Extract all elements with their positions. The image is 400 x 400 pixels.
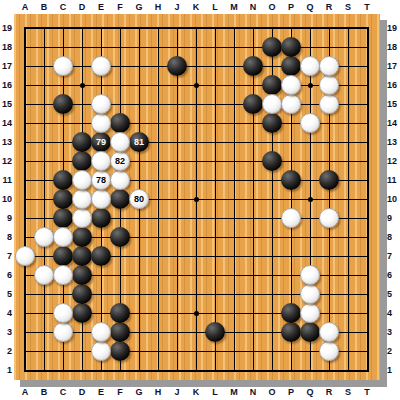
col-label-top-R: R bbox=[319, 1, 339, 13]
row-label-left-10: 10 bbox=[0, 193, 12, 205]
white-stone-E2[interactable] bbox=[91, 341, 111, 361]
col-label-bottom-A: A bbox=[15, 386, 35, 398]
black-stone-D7[interactable] bbox=[72, 246, 92, 266]
col-label-bottom-C: C bbox=[53, 386, 73, 398]
white-stone-C17[interactable] bbox=[53, 56, 73, 76]
white-stone-R9[interactable] bbox=[319, 208, 339, 228]
col-label-top-E: E bbox=[91, 1, 111, 13]
white-stone-P16[interactable] bbox=[281, 75, 301, 95]
col-label-bottom-S: S bbox=[338, 386, 358, 398]
black-stone-P4[interactable] bbox=[281, 303, 301, 323]
move-number-80: 80 bbox=[130, 190, 148, 208]
row-label-right-12: 12 bbox=[387, 155, 400, 167]
black-stone-C7[interactable] bbox=[53, 246, 73, 266]
white-stone-R3[interactable] bbox=[319, 322, 339, 342]
black-stone-N15[interactable] bbox=[243, 94, 263, 114]
black-stone-C9[interactable] bbox=[53, 208, 73, 228]
black-stone-O12[interactable] bbox=[262, 151, 282, 171]
row-label-left-5: 5 bbox=[0, 288, 12, 300]
black-stone-D5[interactable] bbox=[72, 284, 92, 304]
col-label-top-L: L bbox=[205, 1, 225, 13]
row-label-left-17: 17 bbox=[0, 60, 12, 72]
black-stone-R11[interactable] bbox=[319, 170, 339, 190]
black-stone-P11[interactable] bbox=[281, 170, 301, 190]
row-label-left-18: 18 bbox=[0, 41, 12, 53]
black-stone-O18[interactable] bbox=[262, 37, 282, 57]
white-stone-C4[interactable] bbox=[53, 303, 73, 323]
row-label-right-3: 3 bbox=[387, 326, 400, 338]
row-label-left-3: 3 bbox=[0, 326, 12, 338]
col-label-bottom-P: P bbox=[281, 386, 301, 398]
white-stone-D9[interactable] bbox=[72, 208, 92, 228]
black-stone-N17[interactable] bbox=[243, 56, 263, 76]
row-label-left-8: 8 bbox=[0, 231, 12, 243]
black-stone-C11[interactable] bbox=[53, 170, 73, 190]
row-label-right-4: 4 bbox=[387, 307, 400, 319]
move-number-81: 81 bbox=[129, 132, 149, 152]
white-stone-C8[interactable] bbox=[53, 227, 73, 247]
white-stone-E11[interactable]: 78 bbox=[91, 170, 111, 190]
black-stone-E7[interactable] bbox=[91, 246, 111, 266]
black-stone-P18[interactable] bbox=[281, 37, 301, 57]
black-stone-F3[interactable] bbox=[110, 322, 130, 342]
col-label-bottom-J: J bbox=[167, 386, 187, 398]
row-label-right-6: 6 bbox=[387, 269, 400, 281]
row-label-left-13: 13 bbox=[0, 136, 12, 148]
black-stone-C10[interactable] bbox=[53, 189, 73, 209]
hoshi-D16 bbox=[80, 83, 85, 88]
white-stone-Q5[interactable] bbox=[300, 284, 320, 304]
row-label-left-12: 12 bbox=[0, 155, 12, 167]
row-label-left-6: 6 bbox=[0, 269, 12, 281]
row-label-right-2: 2 bbox=[387, 345, 400, 357]
move-number-82: 82 bbox=[111, 152, 129, 170]
white-stone-E17[interactable] bbox=[91, 56, 111, 76]
black-stone-D12[interactable] bbox=[72, 151, 92, 171]
col-label-top-Q: Q bbox=[300, 1, 320, 13]
black-stone-L3[interactable] bbox=[205, 322, 225, 342]
white-stone-R15[interactable] bbox=[319, 94, 339, 114]
white-stone-O15[interactable] bbox=[262, 94, 282, 114]
black-stone-F4[interactable] bbox=[110, 303, 130, 323]
white-stone-B8[interactable] bbox=[34, 227, 54, 247]
white-stone-R2[interactable] bbox=[319, 341, 339, 361]
col-label-top-T: T bbox=[357, 1, 377, 13]
col-label-top-H: H bbox=[148, 1, 168, 13]
col-label-top-A: A bbox=[15, 1, 35, 13]
black-stone-F8[interactable] bbox=[110, 227, 130, 247]
go-board-page: AABBCCDDEEFFGGHHJJKKLLMMNNOOPPQQRRSSTT19… bbox=[0, 0, 400, 400]
row-label-right-17: 17 bbox=[387, 60, 400, 72]
row-label-right-15: 15 bbox=[387, 98, 400, 110]
white-stone-E14[interactable] bbox=[91, 113, 111, 133]
black-stone-G13[interactable]: 81 bbox=[129, 132, 149, 152]
col-label-bottom-G: G bbox=[129, 386, 149, 398]
black-stone-C15[interactable] bbox=[53, 94, 73, 114]
row-label-right-8: 8 bbox=[387, 231, 400, 243]
board-drop-shadow-right bbox=[380, 20, 387, 387]
col-label-top-J: J bbox=[167, 1, 187, 13]
col-label-top-D: D bbox=[72, 1, 92, 13]
hoshi-K16 bbox=[194, 83, 199, 88]
row-label-right-18: 18 bbox=[387, 41, 400, 53]
col-label-bottom-K: K bbox=[186, 386, 206, 398]
col-label-top-K: K bbox=[186, 1, 206, 13]
col-label-bottom-B: B bbox=[34, 386, 54, 398]
col-label-top-N: N bbox=[243, 1, 263, 13]
col-label-bottom-T: T bbox=[357, 386, 377, 398]
black-stone-D4[interactable] bbox=[72, 303, 92, 323]
white-stone-P15[interactable] bbox=[281, 94, 301, 114]
col-label-bottom-L: L bbox=[205, 386, 225, 398]
row-label-left-14: 14 bbox=[0, 117, 12, 129]
row-label-left-11: 11 bbox=[0, 174, 12, 186]
row-label-left-15: 15 bbox=[0, 98, 12, 110]
black-stone-D6[interactable] bbox=[72, 265, 92, 285]
black-stone-E13[interactable]: 79 bbox=[91, 132, 111, 152]
move-number-79: 79 bbox=[91, 132, 111, 152]
row-label-right-11: 11 bbox=[387, 174, 400, 186]
row-label-left-9: 9 bbox=[0, 212, 12, 224]
row-label-right-13: 13 bbox=[387, 136, 400, 148]
hoshi-K4 bbox=[194, 311, 199, 316]
white-stone-A7[interactable] bbox=[15, 246, 35, 266]
col-label-top-O: O bbox=[262, 1, 282, 13]
col-label-bottom-H: H bbox=[148, 386, 168, 398]
col-label-bottom-O: O bbox=[262, 386, 282, 398]
row-label-left-1: 1 bbox=[0, 364, 12, 376]
black-stone-P17[interactable] bbox=[281, 56, 301, 76]
white-stone-Q4[interactable] bbox=[300, 303, 320, 323]
col-label-bottom-F: F bbox=[110, 386, 130, 398]
black-stone-J17[interactable] bbox=[167, 56, 187, 76]
black-stone-F14[interactable] bbox=[110, 113, 130, 133]
row-label-left-7: 7 bbox=[0, 250, 12, 262]
white-stone-E12[interactable] bbox=[91, 151, 111, 171]
col-label-top-P: P bbox=[281, 1, 301, 13]
col-label-bottom-R: R bbox=[319, 386, 339, 398]
col-label-bottom-D: D bbox=[72, 386, 92, 398]
hoshi-Q10 bbox=[308, 197, 313, 202]
white-stone-Q14[interactable] bbox=[300, 113, 320, 133]
white-stone-F12[interactable]: 82 bbox=[110, 151, 130, 171]
col-label-top-C: C bbox=[53, 1, 73, 13]
col-label-top-B: B bbox=[34, 1, 54, 13]
black-stone-F10[interactable] bbox=[110, 189, 130, 209]
white-stone-Q17[interactable] bbox=[300, 56, 320, 76]
move-number-78: 78 bbox=[92, 171, 110, 189]
white-stone-E15[interactable] bbox=[91, 94, 111, 114]
black-stone-O16[interactable] bbox=[262, 75, 282, 95]
white-stone-D11[interactable] bbox=[72, 170, 92, 190]
col-label-top-M: M bbox=[224, 1, 244, 13]
row-label-right-7: 7 bbox=[387, 250, 400, 262]
row-label-left-19: 19 bbox=[0, 22, 12, 34]
black-stone-D13[interactable] bbox=[72, 132, 92, 152]
black-stone-E9[interactable] bbox=[91, 208, 111, 228]
black-stone-O14[interactable] bbox=[262, 113, 282, 133]
col-label-bottom-M: M bbox=[224, 386, 244, 398]
row-label-left-4: 4 bbox=[0, 307, 12, 319]
row-label-right-9: 9 bbox=[387, 212, 400, 224]
col-label-top-F: F bbox=[110, 1, 130, 13]
row-label-right-19: 19 bbox=[387, 22, 400, 34]
row-label-left-2: 2 bbox=[0, 345, 12, 357]
white-stone-C6[interactable] bbox=[53, 265, 73, 285]
row-label-left-16: 16 bbox=[0, 79, 12, 91]
white-stone-E3[interactable] bbox=[91, 322, 111, 342]
col-label-bottom-E: E bbox=[91, 386, 111, 398]
row-label-right-5: 5 bbox=[387, 288, 400, 300]
col-label-bottom-N: N bbox=[243, 386, 263, 398]
white-stone-E10[interactable] bbox=[91, 189, 111, 209]
row-label-right-16: 16 bbox=[387, 79, 400, 91]
white-stone-R16[interactable] bbox=[319, 75, 339, 95]
col-label-bottom-Q: Q bbox=[300, 386, 320, 398]
row-label-right-14: 14 bbox=[387, 117, 400, 129]
row-label-right-1: 1 bbox=[387, 364, 400, 376]
black-stone-P3[interactable] bbox=[281, 322, 301, 342]
col-label-top-G: G bbox=[129, 1, 149, 13]
white-stone-D10[interactable] bbox=[72, 189, 92, 209]
white-stone-C3[interactable] bbox=[53, 322, 73, 342]
hoshi-Q16 bbox=[308, 83, 313, 88]
black-stone-Q3[interactable] bbox=[300, 322, 320, 342]
row-label-right-10: 10 bbox=[387, 193, 400, 205]
white-stone-B6[interactable] bbox=[34, 265, 54, 285]
white-stone-F13[interactable] bbox=[110, 132, 130, 152]
white-stone-Q6[interactable] bbox=[300, 265, 320, 285]
white-stone-R17[interactable] bbox=[319, 56, 339, 76]
hoshi-K10 bbox=[194, 197, 199, 202]
black-stone-F2[interactable] bbox=[110, 341, 130, 361]
white-stone-F11[interactable] bbox=[110, 170, 130, 190]
white-stone-G10[interactable]: 80 bbox=[129, 189, 149, 209]
col-label-top-S: S bbox=[338, 1, 358, 13]
black-stone-D8[interactable] bbox=[72, 227, 92, 247]
white-stone-P9[interactable] bbox=[281, 208, 301, 228]
